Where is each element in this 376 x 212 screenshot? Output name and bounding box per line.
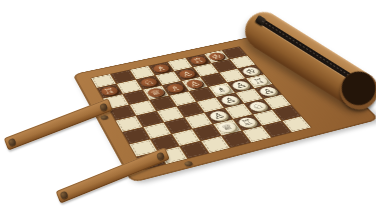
snap-rivet [183, 161, 193, 167]
snap-button-icon [156, 152, 165, 161]
snap-button-icon [99, 103, 108, 112]
product-photo: ♗♖♔♖♘♙♕♗♙♔♗♙♖♙♙♙♘♕♖ [0, 0, 376, 212]
chessboard: ♗♖♔♖♘♙♕♗♙♔♗♙♖♙♙♙♘♕♖ [90, 46, 312, 170]
snap-button-icon [59, 191, 68, 200]
snap-button-icon [8, 138, 17, 147]
mat-3d-scene: ♗♖♔♖♘♙♕♗♙♔♗♙♖♙♙♙♘♕♖ [13, 7, 376, 212]
zipper-pull-icon [255, 15, 267, 27]
snap-rivet [100, 115, 109, 120]
